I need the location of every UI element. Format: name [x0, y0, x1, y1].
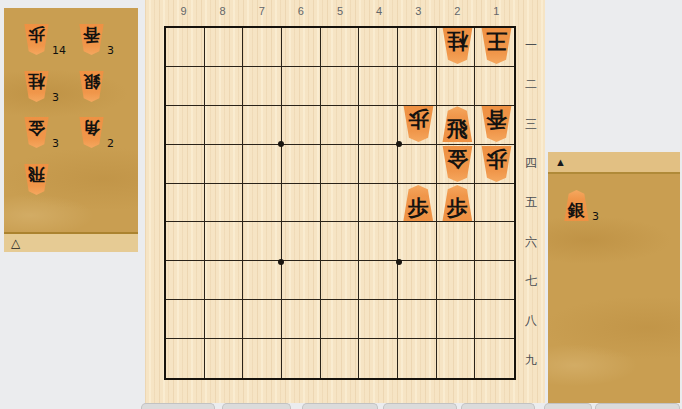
shogi-piece-gote[interactable]: 銀: [78, 71, 105, 102]
board-square[interactable]: [205, 145, 244, 184]
file-label: 4: [360, 5, 399, 21]
rank-label: 六: [520, 223, 542, 262]
rank-coordinates: 一二三四五六七八九: [520, 26, 542, 380]
bottom-button[interactable]: [595, 403, 680, 409]
piece-kanji: 歩: [486, 146, 507, 169]
rank-label: 二: [520, 65, 542, 104]
board-square[interactable]: [282, 261, 321, 300]
board-square[interactable]: [359, 300, 398, 339]
board-square[interactable]: [205, 28, 244, 67]
hand-piece-count: 3: [52, 91, 59, 104]
board-square[interactable]: [475, 67, 514, 106]
board-panel: 987654321 一二三四五六七八九 桂王歩飛香金歩歩歩: [145, 0, 545, 403]
board-square[interactable]: [398, 145, 437, 184]
board-square[interactable]: [321, 261, 360, 300]
piece-kanji: 歩: [447, 198, 468, 221]
board-square[interactable]: [282, 106, 321, 145]
rank-label: 四: [520, 144, 542, 183]
piece-kanji: 桂: [447, 28, 468, 51]
board-square[interactable]: [282, 339, 321, 378]
board-square[interactable]: [437, 300, 476, 339]
board-square[interactable]: [321, 28, 360, 67]
file-label: 2: [438, 5, 477, 21]
sente-tray-header: ▲: [548, 152, 680, 174]
board-square[interactable]: [243, 261, 282, 300]
board-square[interactable]: [282, 28, 321, 67]
rank-label: 七: [520, 262, 542, 301]
piece-kanji: 歩: [408, 198, 429, 221]
piece-kanji: 歩: [408, 106, 429, 129]
file-label: 6: [281, 5, 320, 21]
board-square[interactable]: [243, 339, 282, 378]
bottom-button[interactable]: [544, 403, 592, 409]
board-square[interactable]: [166, 67, 205, 106]
piece-kanji: 歩: [28, 24, 45, 43]
board-square[interactable]: [475, 261, 514, 300]
board-square[interactable]: [205, 339, 244, 378]
bottom-button[interactable]: [222, 403, 291, 409]
board-square[interactable]: [398, 339, 437, 378]
board-square[interactable]: [243, 222, 282, 261]
star-point: [396, 141, 402, 147]
file-label: 9: [164, 5, 203, 21]
piece-kanji: 銀: [83, 71, 100, 90]
board-square[interactable]: [243, 184, 282, 223]
board-square[interactable]: [437, 339, 476, 378]
board-square[interactable]: [166, 300, 205, 339]
board-square[interactable]: [321, 300, 360, 339]
board-square[interactable]: [243, 145, 282, 184]
shogi-piece-gote[interactable]: 桂: [23, 71, 50, 102]
piece-kanji: 桂: [28, 71, 45, 90]
board-square[interactable]: [321, 184, 360, 223]
board-square[interactable]: [205, 300, 244, 339]
gote-tray-footer: △: [4, 232, 138, 252]
file-label: 8: [203, 5, 242, 21]
gote-captured-tray: △ 歩14香3桂3銀金3角2飛: [4, 8, 138, 252]
board-square[interactable]: [282, 300, 321, 339]
board-square[interactable]: [205, 67, 244, 106]
shogi-piece-gote[interactable]: 金: [23, 117, 50, 148]
board-square[interactable]: [398, 67, 437, 106]
file-coordinates: 987654321: [164, 5, 516, 21]
hand-piece-count: 3: [52, 137, 59, 150]
file-label: 5: [320, 5, 359, 21]
board-square[interactable]: [205, 222, 244, 261]
gote-marker-icon: △: [11, 236, 20, 250]
board-square[interactable]: [166, 339, 205, 378]
bottom-button[interactable]: [141, 403, 215, 409]
board-square[interactable]: [166, 222, 205, 261]
rank-label: 三: [520, 105, 542, 144]
piece-kanji: 銀: [568, 202, 585, 221]
sente-marker-icon: ▲: [555, 156, 566, 168]
board-square[interactable]: [282, 184, 321, 223]
shogi-app: △ 歩14香3桂3銀金3角2飛 987654321 一二三四五六七八九 桂王歩飛…: [0, 0, 682, 409]
hand-piece-count: 3: [592, 210, 599, 223]
board-square[interactable]: [243, 106, 282, 145]
board-square[interactable]: [166, 261, 205, 300]
board-square[interactable]: [437, 67, 476, 106]
bottom-button[interactable]: [461, 403, 535, 409]
shogi-piece-sente[interactable]: 銀: [563, 190, 590, 221]
hand-piece-count: 14: [52, 44, 66, 57]
board-square[interactable]: [359, 106, 398, 145]
board-square[interactable]: [359, 67, 398, 106]
piece-kanji: 香: [83, 24, 100, 43]
board-square[interactable]: [166, 28, 205, 67]
board-square[interactable]: [205, 184, 244, 223]
board-square[interactable]: [398, 222, 437, 261]
piece-kanji: 角: [83, 117, 100, 136]
bottom-button[interactable]: [383, 403, 457, 409]
board-square[interactable]: [321, 67, 360, 106]
rank-label: 一: [520, 26, 542, 65]
board-square[interactable]: [398, 300, 437, 339]
piece-kanji: 金: [28, 117, 45, 136]
board-square[interactable]: [359, 339, 398, 378]
bottom-button[interactable]: [302, 403, 378, 409]
file-label: 3: [399, 5, 438, 21]
board-square[interactable]: [321, 339, 360, 378]
file-label: 1: [477, 5, 516, 21]
board-square[interactable]: [205, 106, 244, 145]
piece-kanji: 王: [486, 28, 507, 51]
board-square[interactable]: [166, 184, 205, 223]
board-square[interactable]: [321, 106, 360, 145]
board-square[interactable]: [243, 28, 282, 67]
board-square[interactable]: [359, 261, 398, 300]
board-square[interactable]: [166, 106, 205, 145]
board-square[interactable]: [243, 300, 282, 339]
hand-piece-count: 3: [107, 44, 114, 57]
board-square[interactable]: [359, 145, 398, 184]
board-square[interactable]: [166, 145, 205, 184]
piece-kanji: 飛: [28, 164, 45, 183]
board-square[interactable]: [475, 300, 514, 339]
board-square[interactable]: [282, 222, 321, 261]
rank-label: 五: [520, 183, 542, 222]
board-square[interactable]: [205, 261, 244, 300]
piece-kanji: 香: [486, 106, 507, 129]
board-square[interactable]: [321, 145, 360, 184]
shogi-piece-gote[interactable]: 飛: [23, 164, 50, 195]
board-square[interactable]: [437, 222, 476, 261]
board-square[interactable]: [398, 28, 437, 67]
board-square[interactable]: [282, 145, 321, 184]
rank-label: 八: [520, 301, 542, 340]
board-square[interactable]: [475, 184, 514, 223]
board-square[interactable]: [321, 222, 360, 261]
sente-captured-tray: ▲ 銀3: [548, 152, 680, 403]
board-square[interactable]: [475, 222, 514, 261]
board-square[interactable]: [359, 222, 398, 261]
board-square[interactable]: [359, 184, 398, 223]
board-square[interactable]: [475, 339, 514, 378]
rank-label: 九: [520, 341, 542, 380]
board-square[interactable]: [243, 67, 282, 106]
hand-piece-count: 2: [107, 137, 114, 150]
board-square[interactable]: [282, 67, 321, 106]
shogi-piece-gote[interactable]: 角: [78, 117, 105, 148]
board-square[interactable]: [437, 261, 476, 300]
piece-kanji: 金: [447, 146, 468, 169]
board-square[interactable]: [359, 28, 398, 67]
piece-kanji: 飛: [447, 119, 468, 142]
shogi-piece-gote[interactable]: 香: [78, 24, 105, 55]
shogi-piece-gote[interactable]: 歩: [23, 24, 50, 55]
board-square[interactable]: [398, 261, 437, 300]
file-label: 7: [242, 5, 281, 21]
star-point: [396, 259, 402, 265]
